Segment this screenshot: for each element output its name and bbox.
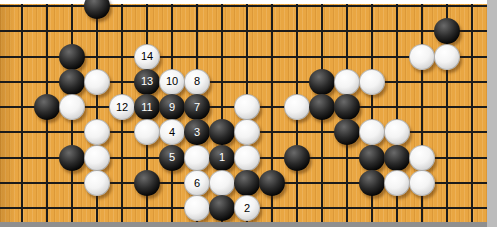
bottom-border-white [0, 227, 500, 235]
black-stone[interactable] [259, 170, 285, 196]
numbered-white-stone[interactable]: 12 [109, 94, 135, 120]
white-stone[interactable] [84, 170, 110, 196]
move-number: 7 [194, 102, 200, 113]
move-number: 6 [194, 178, 200, 189]
move-number: 11 [141, 102, 152, 113]
black-stone[interactable] [384, 145, 410, 171]
black-stone[interactable] [59, 44, 85, 70]
black-stone[interactable] [359, 145, 385, 171]
numbered-white-stone[interactable]: 10 [159, 69, 185, 95]
black-stone[interactable] [59, 145, 85, 171]
white-stone[interactable] [234, 145, 260, 171]
numbered-black-stone[interactable]: 11 [134, 94, 160, 120]
top-border-strip [0, 0, 500, 4]
move-number: 4 [169, 127, 175, 138]
numbered-white-stone[interactable]: 14 [134, 44, 160, 70]
move-number: 3 [194, 127, 200, 138]
numbered-black-stone[interactable]: 1 [209, 145, 235, 171]
white-stone[interactable] [59, 94, 85, 120]
black-stone[interactable] [309, 94, 335, 120]
white-stone[interactable] [359, 69, 385, 95]
black-stone[interactable] [59, 69, 85, 95]
move-number: 9 [169, 102, 175, 113]
white-stone[interactable] [184, 145, 210, 171]
numbered-black-stone[interactable]: 7 [184, 94, 210, 120]
black-stone[interactable] [234, 170, 260, 196]
move-number: 8 [194, 76, 200, 87]
numbered-black-stone[interactable]: 5 [159, 145, 185, 171]
white-stone[interactable] [409, 170, 435, 196]
black-stone[interactable] [334, 94, 360, 120]
right-border-gray [487, 0, 497, 227]
black-stone[interactable] [284, 145, 310, 171]
move-number: 14 [141, 51, 153, 62]
black-stone[interactable] [34, 94, 60, 120]
white-stone[interactable] [334, 69, 360, 95]
grid-vline [471, 4, 473, 222]
move-number: 5 [169, 152, 175, 163]
black-stone[interactable] [134, 170, 160, 196]
grid-hline [0, 5, 487, 7]
white-stone[interactable] [409, 44, 435, 70]
grid-vline [21, 4, 23, 222]
black-stone[interactable] [359, 170, 385, 196]
numbered-white-stone[interactable]: 6 [184, 170, 210, 196]
white-stone[interactable] [84, 69, 110, 95]
white-stone[interactable] [384, 170, 410, 196]
white-stone[interactable] [434, 44, 460, 70]
move-number: 13 [141, 76, 153, 87]
numbered-white-stone[interactable]: 8 [184, 69, 210, 95]
numbered-black-stone[interactable]: 9 [159, 94, 185, 120]
move-number: 1 [219, 152, 225, 163]
white-stone[interactable] [209, 170, 235, 196]
white-stone[interactable] [84, 145, 110, 171]
move-number: 10 [166, 76, 178, 87]
white-stone[interactable] [409, 145, 435, 171]
move-number: 12 [116, 102, 128, 113]
black-stone[interactable] [309, 69, 335, 95]
numbered-black-stone[interactable]: 13 [134, 69, 160, 95]
white-stone[interactable] [284, 94, 310, 120]
white-stone[interactable] [234, 94, 260, 120]
go-diagram: 1413108121197435162 [0, 0, 500, 235]
grid-hline [0, 30, 487, 32]
move-number: 2 [244, 203, 250, 214]
